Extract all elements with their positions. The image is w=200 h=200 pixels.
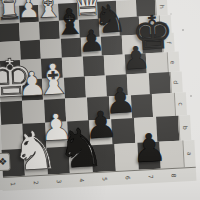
piece-white-bishop-h3: ♝ <box>31 0 66 23</box>
pieces-layer: ♜♟♝♛♝♞♟♚♟♚♟♝♟♟♟♞♞♟ <box>0 0 199 193</box>
piece-black-knight-g6: ♞ <box>90 0 130 39</box>
piece-white-pawn-b3: ♟ <box>37 109 76 148</box>
piece-white-pawn-h2: ♟ <box>15 0 42 23</box>
piece-black-knight-a4: ♞ <box>52 120 108 176</box>
piece-black-pawn-a7: ♟ <box>129 129 170 170</box>
piece-black-pawn-f5: ♟ <box>76 26 107 57</box>
chess-board: hgfedcba 12345678 ⊕ US CHESS ❖ ♜♟♝♛♝♞♟♚♟… <box>0 0 199 193</box>
piece-black-king-f8: ♚ <box>128 8 177 57</box>
piece-white-queen-h5: ♛ <box>66 0 109 23</box>
piece-black-pawn-b5: ♟ <box>82 106 121 145</box>
piece-white-rook-h1: ♜ <box>0 0 25 25</box>
piece-white-knight-a2: ♞ <box>7 122 63 178</box>
piece-black-pawn-e7: ♟ <box>120 42 153 75</box>
piece-black-pawn-c6: ♟ <box>102 83 139 120</box>
piece-white-pawn-d2: ♟ <box>15 66 50 101</box>
photo-scene: hgfedcba 12345678 ⊕ US CHESS ❖ ♜♟♝♛♝♞♟♚♟… <box>0 0 200 200</box>
piece-black-bishop-g4: ♝ <box>51 3 88 40</box>
piece-white-king-d1: ♚ <box>0 51 38 106</box>
piece-white-bishop-d3: ♝ <box>31 57 76 102</box>
